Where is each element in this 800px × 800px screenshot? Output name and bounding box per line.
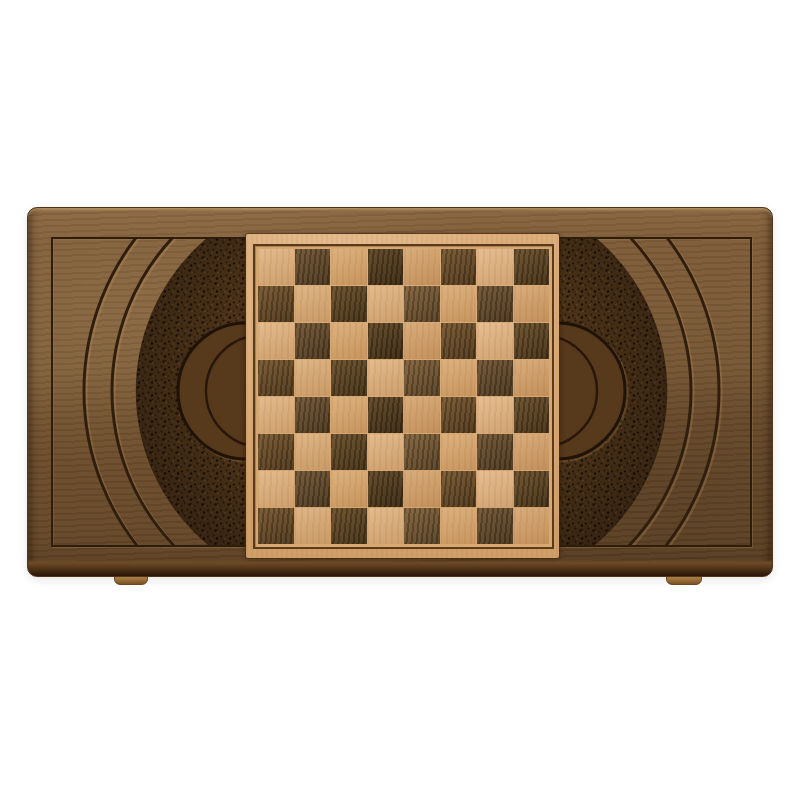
square-f4 — [441, 397, 477, 433]
square-h1 — [514, 508, 550, 544]
square-a3 — [258, 434, 294, 470]
square-g3 — [477, 434, 513, 470]
product-photo — [0, 0, 800, 800]
square-f5 — [441, 360, 477, 396]
square-f6 — [441, 323, 477, 359]
square-d4 — [368, 397, 404, 433]
square-c5 — [331, 360, 367, 396]
square-h3 — [514, 434, 550, 470]
square-g6 — [477, 323, 513, 359]
square-b7 — [295, 286, 331, 322]
square-e4 — [404, 397, 440, 433]
square-e1 — [404, 508, 440, 544]
square-e8 — [404, 249, 440, 285]
square-c3 — [331, 434, 367, 470]
square-c4 — [331, 397, 367, 433]
chess-panel — [246, 234, 559, 558]
square-d2 — [368, 471, 404, 507]
square-e5 — [404, 360, 440, 396]
square-e3 — [404, 434, 440, 470]
square-f7 — [441, 286, 477, 322]
square-h7 — [514, 286, 550, 322]
case-bottom-edge — [28, 559, 772, 576]
square-h6 — [514, 323, 550, 359]
chess-board — [258, 249, 549, 544]
square-f1 — [441, 508, 477, 544]
square-b4 — [295, 397, 331, 433]
square-a8 — [258, 249, 294, 285]
square-a2 — [258, 471, 294, 507]
square-g4 — [477, 397, 513, 433]
square-h2 — [514, 471, 550, 507]
square-h8 — [514, 249, 550, 285]
square-g7 — [477, 286, 513, 322]
square-f8 — [441, 249, 477, 285]
square-e2 — [404, 471, 440, 507]
backgammon-case-lid — [27, 207, 773, 577]
square-d1 — [368, 508, 404, 544]
square-b6 — [295, 323, 331, 359]
square-a1 — [258, 508, 294, 544]
square-g1 — [477, 508, 513, 544]
chessboard-frame — [253, 244, 554, 549]
square-d3 — [368, 434, 404, 470]
square-c7 — [331, 286, 367, 322]
square-c1 — [331, 508, 367, 544]
square-g2 — [477, 471, 513, 507]
square-e6 — [404, 323, 440, 359]
square-d7 — [368, 286, 404, 322]
square-a5 — [258, 360, 294, 396]
square-a7 — [258, 286, 294, 322]
square-g8 — [477, 249, 513, 285]
square-a4 — [258, 397, 294, 433]
square-d6 — [368, 323, 404, 359]
square-f3 — [441, 434, 477, 470]
square-b2 — [295, 471, 331, 507]
square-b5 — [295, 360, 331, 396]
square-b1 — [295, 508, 331, 544]
square-d8 — [368, 249, 404, 285]
square-c6 — [331, 323, 367, 359]
square-h4 — [514, 397, 550, 433]
square-b8 — [295, 249, 331, 285]
square-c2 — [331, 471, 367, 507]
square-f2 — [441, 471, 477, 507]
square-d5 — [368, 360, 404, 396]
square-h5 — [514, 360, 550, 396]
square-c8 — [331, 249, 367, 285]
square-e7 — [404, 286, 440, 322]
square-g5 — [477, 360, 513, 396]
square-b3 — [295, 434, 331, 470]
square-a6 — [258, 323, 294, 359]
